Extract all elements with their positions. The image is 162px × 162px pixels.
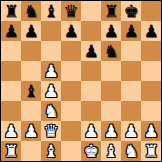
square-e4[interactable] [81,81,101,101]
white-pawn[interactable]: ♟ [43,61,58,81]
square-g6[interactable] [121,41,141,61]
square-b8[interactable]: ♞ [21,1,41,21]
square-c6[interactable] [41,41,61,61]
square-c2[interactable]: ♛ [41,121,61,141]
square-d3[interactable] [61,101,81,121]
square-e5[interactable] [81,61,101,81]
square-a4[interactable] [1,81,21,101]
square-c4[interactable]: ♟ [41,81,61,101]
square-c7[interactable] [41,21,61,41]
square-a6[interactable] [1,41,21,61]
square-e8[interactable] [81,1,101,21]
square-h4[interactable] [141,81,161,101]
square-g2[interactable]: ♟ [121,121,141,141]
square-a8[interactable]: ♜ [1,1,21,21]
black-bishop[interactable]: ♝ [23,81,38,101]
square-h2[interactable]: ♟ [141,121,161,141]
white-rook[interactable]: ♜ [3,141,18,161]
square-d4[interactable] [61,81,81,101]
white-pawn[interactable]: ♟ [143,121,158,141]
square-e6[interactable]: ♟ [81,41,101,61]
square-g5[interactable] [121,61,141,81]
square-h3[interactable] [141,101,161,121]
square-h5[interactable] [141,61,161,81]
square-c3[interactable]: ♞ [41,101,61,121]
white-king[interactable]: ♚ [83,141,98,161]
square-d2[interactable] [61,121,81,141]
square-a7[interactable]: ♟ [1,21,21,41]
square-f4[interactable] [101,81,121,101]
square-b3[interactable] [21,101,41,121]
square-g1[interactable]: ♞ [121,141,141,161]
black-knight[interactable]: ♞ [23,1,38,21]
square-e3[interactable] [81,101,101,121]
square-f7[interactable]: ♟ [101,21,121,41]
square-a5[interactable] [1,61,21,81]
square-f2[interactable]: ♟ [101,121,121,141]
square-b1[interactable] [21,141,41,161]
chess-app: ♜♞♝♛♜♚♟♟♟♟♟♟♟♞♟♝♟♞♟♟♛♟♟♟♟♜♝♚♝♞♜ [0,0,162,162]
square-d5[interactable] [61,61,81,81]
square-f6[interactable]: ♞ [101,41,121,61]
white-bishop[interactable]: ♝ [103,141,118,161]
square-g3[interactable] [121,101,141,121]
square-c5[interactable]: ♟ [41,61,61,81]
square-h8[interactable] [141,1,161,21]
white-pawn[interactable]: ♟ [103,121,118,141]
square-e1[interactable]: ♚ [81,141,101,161]
white-knight[interactable]: ♞ [43,101,58,121]
square-e2[interactable]: ♟ [81,121,101,141]
white-pawn[interactable]: ♟ [23,121,38,141]
white-pawn[interactable]: ♟ [3,121,18,141]
black-knight[interactable]: ♞ [103,41,118,61]
square-d1[interactable] [61,141,81,161]
square-d7[interactable]: ♟ [61,21,81,41]
square-h1[interactable]: ♜ [141,141,161,161]
black-pawn[interactable]: ♟ [63,21,78,41]
square-f8[interactable]: ♜ [101,1,121,21]
square-c1[interactable]: ♝ [41,141,61,161]
white-pawn[interactable]: ♟ [43,81,58,101]
square-b6[interactable] [21,41,41,61]
square-b7[interactable]: ♟ [21,21,41,41]
square-g8[interactable]: ♚ [121,1,141,21]
square-f5[interactable] [101,61,121,81]
black-king[interactable]: ♚ [123,1,138,21]
square-d8[interactable]: ♛ [61,1,81,21]
square-f3[interactable] [101,101,121,121]
black-pawn[interactable]: ♟ [123,21,138,41]
chess-board: ♜♞♝♛♜♚♟♟♟♟♟♟♟♞♟♝♟♞♟♟♛♟♟♟♟♜♝♚♝♞♜ [0,0,162,162]
square-g4[interactable] [121,81,141,101]
square-a2[interactable]: ♟ [1,121,21,141]
white-knight[interactable]: ♞ [123,141,138,161]
black-pawn[interactable]: ♟ [83,41,98,61]
black-rook[interactable]: ♜ [103,1,118,21]
black-queen[interactable]: ♛ [63,1,78,21]
square-d6[interactable] [61,41,81,61]
white-queen[interactable]: ♛ [43,121,58,141]
black-bishop[interactable]: ♝ [43,1,58,21]
square-b4[interactable]: ♝ [21,81,41,101]
black-pawn[interactable]: ♟ [3,21,18,41]
white-bishop[interactable]: ♝ [43,141,58,161]
square-g7[interactable]: ♟ [121,21,141,41]
black-pawn[interactable]: ♟ [23,21,38,41]
square-a3[interactable] [1,101,21,121]
black-rook[interactable]: ♜ [3,1,18,21]
square-h6[interactable] [141,41,161,61]
square-c8[interactable]: ♝ [41,1,61,21]
black-pawn[interactable]: ♟ [103,21,118,41]
white-pawn[interactable]: ♟ [123,121,138,141]
white-pawn[interactable]: ♟ [83,121,98,141]
square-b2[interactable]: ♟ [21,121,41,141]
square-b5[interactable] [21,61,41,81]
white-rook[interactable]: ♜ [143,141,158,161]
square-a1[interactable]: ♜ [1,141,21,161]
square-h7[interactable]: ♟ [141,21,161,41]
square-e7[interactable] [81,21,101,41]
square-f1[interactable]: ♝ [101,141,121,161]
black-pawn[interactable]: ♟ [143,21,158,41]
